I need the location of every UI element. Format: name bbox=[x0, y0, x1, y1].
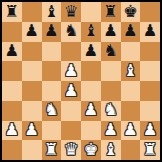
square-b5[interactable] bbox=[22, 61, 42, 81]
black-pawn-piece: ♟ bbox=[24, 23, 39, 40]
square-b4[interactable] bbox=[22, 81, 42, 101]
white-bishop-piece: ♝ bbox=[103, 141, 118, 158]
chess-board: ♜♝♛♜♚♟♟♞♝♟♟♟♟♟♞♟♝♟♞♟♞♟♟♟♟♟♜♛♚♝♜ bbox=[2, 2, 160, 160]
square-h1[interactable]: ♜ bbox=[140, 140, 160, 160]
square-d4[interactable]: ♟ bbox=[61, 81, 81, 101]
square-f3[interactable]: ♞ bbox=[101, 101, 121, 121]
square-e8[interactable] bbox=[81, 2, 101, 22]
square-a8[interactable]: ♜ bbox=[2, 2, 22, 22]
black-pawn-piece: ♟ bbox=[143, 23, 158, 40]
square-g2[interactable]: ♟ bbox=[121, 121, 141, 141]
white-king-piece: ♚ bbox=[83, 141, 98, 158]
white-queen-piece: ♛ bbox=[64, 141, 79, 158]
square-h4[interactable] bbox=[140, 81, 160, 101]
black-knight-piece: ♞ bbox=[103, 43, 118, 60]
square-g1[interactable] bbox=[121, 140, 141, 160]
square-d2[interactable] bbox=[61, 121, 81, 141]
square-g4[interactable] bbox=[121, 81, 141, 101]
square-e7[interactable]: ♝ bbox=[81, 22, 101, 42]
white-rook-piece: ♜ bbox=[44, 141, 59, 158]
white-knight-piece: ♞ bbox=[103, 102, 118, 119]
white-rook-piece: ♜ bbox=[143, 141, 158, 158]
white-bishop-piece: ♝ bbox=[123, 62, 138, 79]
square-c1[interactable]: ♜ bbox=[42, 140, 62, 160]
square-c4[interactable] bbox=[42, 81, 62, 101]
square-f2[interactable]: ♟ bbox=[101, 121, 121, 141]
square-g3[interactable] bbox=[121, 101, 141, 121]
square-c8[interactable]: ♝ bbox=[42, 2, 62, 22]
black-pawn-piece: ♟ bbox=[44, 23, 59, 40]
black-knight-piece: ♞ bbox=[64, 23, 79, 40]
black-rook-piece: ♜ bbox=[4, 3, 19, 20]
square-f6[interactable]: ♞ bbox=[101, 42, 121, 62]
square-f1[interactable]: ♝ bbox=[101, 140, 121, 160]
square-e2[interactable] bbox=[81, 121, 101, 141]
black-pawn-piece: ♟ bbox=[123, 23, 138, 40]
black-pawn-piece: ♟ bbox=[83, 43, 98, 60]
square-e3[interactable]: ♟ bbox=[81, 101, 101, 121]
square-d5[interactable]: ♟ bbox=[61, 61, 81, 81]
square-h7[interactable]: ♟ bbox=[140, 22, 160, 42]
square-d3[interactable] bbox=[61, 101, 81, 121]
square-e6[interactable]: ♟ bbox=[81, 42, 101, 62]
black-rook-piece: ♜ bbox=[103, 3, 118, 20]
square-f5[interactable] bbox=[101, 61, 121, 81]
square-h8[interactable] bbox=[140, 2, 160, 22]
square-b2[interactable]: ♟ bbox=[22, 121, 42, 141]
square-c6[interactable] bbox=[42, 42, 62, 62]
square-a3[interactable] bbox=[2, 101, 22, 121]
white-pawn-piece: ♟ bbox=[4, 122, 19, 139]
black-bishop-piece: ♝ bbox=[83, 23, 98, 40]
square-a5[interactable] bbox=[2, 61, 22, 81]
white-knight-piece: ♞ bbox=[44, 102, 59, 119]
square-b3[interactable] bbox=[22, 101, 42, 121]
square-a1[interactable] bbox=[2, 140, 22, 160]
square-c2[interactable] bbox=[42, 121, 62, 141]
white-pawn-piece: ♟ bbox=[123, 122, 138, 139]
square-g8[interactable]: ♚ bbox=[121, 2, 141, 22]
square-a4[interactable] bbox=[2, 81, 22, 101]
black-pawn-piece: ♟ bbox=[4, 43, 19, 60]
square-d7[interactable]: ♞ bbox=[61, 22, 81, 42]
white-pawn-piece: ♟ bbox=[64, 62, 79, 79]
square-f4[interactable] bbox=[101, 81, 121, 101]
square-g5[interactable]: ♝ bbox=[121, 61, 141, 81]
square-f7[interactable]: ♟ bbox=[101, 22, 121, 42]
square-b1[interactable] bbox=[22, 140, 42, 160]
black-king-piece: ♚ bbox=[123, 3, 138, 20]
square-e4[interactable] bbox=[81, 81, 101, 101]
black-pawn-piece: ♟ bbox=[103, 23, 118, 40]
square-d1[interactable]: ♛ bbox=[61, 140, 81, 160]
chess-board-frame: ♜♝♛♜♚♟♟♞♝♟♟♟♟♟♞♟♝♟♞♟♞♟♟♟♟♟♜♛♚♝♜ bbox=[0, 0, 162, 162]
white-pawn-piece: ♟ bbox=[143, 122, 158, 139]
square-b7[interactable]: ♟ bbox=[22, 22, 42, 42]
square-a6[interactable]: ♟ bbox=[2, 42, 22, 62]
square-c5[interactable] bbox=[42, 61, 62, 81]
square-h5[interactable] bbox=[140, 61, 160, 81]
square-f8[interactable]: ♜ bbox=[101, 2, 121, 22]
square-c7[interactable]: ♟ bbox=[42, 22, 62, 42]
square-e1[interactable]: ♚ bbox=[81, 140, 101, 160]
square-d6[interactable] bbox=[61, 42, 81, 62]
black-queen-piece: ♛ bbox=[64, 3, 79, 20]
square-a7[interactable] bbox=[2, 22, 22, 42]
black-bishop-piece: ♝ bbox=[44, 3, 59, 20]
square-b8[interactable] bbox=[22, 2, 42, 22]
square-a2[interactable]: ♟ bbox=[2, 121, 22, 141]
square-g6[interactable] bbox=[121, 42, 141, 62]
square-d8[interactable]: ♛ bbox=[61, 2, 81, 22]
square-h2[interactable]: ♟ bbox=[140, 121, 160, 141]
square-e5[interactable] bbox=[81, 61, 101, 81]
square-c3[interactable]: ♞ bbox=[42, 101, 62, 121]
square-h3[interactable] bbox=[140, 101, 160, 121]
square-h6[interactable] bbox=[140, 42, 160, 62]
square-b6[interactable] bbox=[22, 42, 42, 62]
white-pawn-piece: ♟ bbox=[83, 102, 98, 119]
white-pawn-piece: ♟ bbox=[103, 122, 118, 139]
white-pawn-piece: ♟ bbox=[64, 82, 79, 99]
square-g7[interactable]: ♟ bbox=[121, 22, 141, 42]
white-pawn-piece: ♟ bbox=[24, 122, 39, 139]
